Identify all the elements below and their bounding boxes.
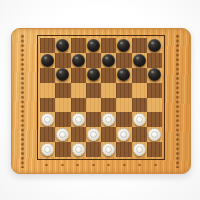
carved-ornament-left xyxy=(20,34,25,168)
white-piece[interactable] xyxy=(87,128,100,141)
tick-1 xyxy=(45,164,48,166)
white-piece[interactable] xyxy=(102,143,115,156)
square-r3c7[interactable] xyxy=(132,68,147,83)
square-r8c3[interactable] xyxy=(71,142,86,157)
square-r2c4[interactable] xyxy=(86,53,101,68)
square-r1c3[interactable] xyxy=(71,38,86,53)
square-r5c5[interactable] xyxy=(101,98,116,113)
square-r3c6[interactable] xyxy=(116,68,131,83)
square-r5c1[interactable] xyxy=(40,98,55,113)
black-piece[interactable] xyxy=(133,54,146,67)
tick-6 xyxy=(123,164,126,166)
square-r2c5[interactable] xyxy=(101,53,116,68)
white-piece[interactable] xyxy=(41,143,54,156)
square-r1c4[interactable] xyxy=(86,38,101,53)
square-r7c5[interactable] xyxy=(101,127,116,142)
square-r5c8[interactable] xyxy=(147,98,162,113)
square-r5c4[interactable] xyxy=(86,98,101,113)
square-r3c2[interactable] xyxy=(55,68,70,83)
square-r5c6[interactable] xyxy=(116,98,131,113)
square-r4c8[interactable] xyxy=(147,83,162,98)
square-r1c6[interactable] xyxy=(116,38,131,53)
tick-8 xyxy=(154,164,157,166)
square-r6c5[interactable] xyxy=(101,112,116,127)
white-piece[interactable] xyxy=(133,143,146,156)
tick-4 xyxy=(92,164,95,166)
black-piece[interactable] xyxy=(117,39,130,52)
carved-ornament-right xyxy=(175,34,180,168)
white-piece[interactable] xyxy=(148,128,161,141)
black-piece[interactable] xyxy=(102,54,115,67)
black-piece[interactable] xyxy=(148,39,161,52)
square-r8c5[interactable] xyxy=(101,142,116,157)
checkers-board xyxy=(11,28,191,174)
square-r6c2[interactable] xyxy=(55,112,70,127)
white-piece[interactable] xyxy=(72,143,85,156)
square-r6c3[interactable] xyxy=(71,112,86,127)
square-r3c4[interactable] xyxy=(86,68,101,83)
square-r1c5[interactable] xyxy=(101,38,116,53)
square-r5c7[interactable] xyxy=(132,98,147,113)
white-piece[interactable] xyxy=(72,113,85,126)
white-piece[interactable] xyxy=(117,128,130,141)
square-r3c5[interactable] xyxy=(101,68,116,83)
square-r7c8[interactable] xyxy=(147,127,162,142)
square-r8c7[interactable] xyxy=(132,142,147,157)
square-r1c7[interactable] xyxy=(132,38,147,53)
square-r8c4[interactable] xyxy=(86,142,101,157)
white-piece[interactable] xyxy=(41,113,54,126)
board-frame xyxy=(37,35,165,160)
square-r5c2[interactable] xyxy=(55,98,70,113)
square-r7c6[interactable] xyxy=(116,127,131,142)
square-r2c3[interactable] xyxy=(71,53,86,68)
square-r6c6[interactable] xyxy=(116,112,131,127)
white-piece[interactable] xyxy=(133,113,146,126)
square-r7c4[interactable] xyxy=(86,127,101,142)
square-r6c4[interactable] xyxy=(86,112,101,127)
square-r4c4[interactable] xyxy=(86,83,101,98)
square-r4c1[interactable] xyxy=(40,83,55,98)
square-r2c8[interactable] xyxy=(147,53,162,68)
white-piece[interactable] xyxy=(56,128,69,141)
square-r8c6[interactable] xyxy=(116,142,131,157)
square-r4c3[interactable] xyxy=(71,83,86,98)
square-r8c2[interactable] xyxy=(55,142,70,157)
square-r7c2[interactable] xyxy=(55,127,70,142)
square-r3c1[interactable] xyxy=(40,68,55,83)
square-r4c5[interactable] xyxy=(101,83,116,98)
square-r4c6[interactable] xyxy=(116,83,131,98)
square-r2c1[interactable] xyxy=(40,53,55,68)
black-piece[interactable] xyxy=(56,68,69,81)
photo-background xyxy=(0,0,200,200)
black-piece[interactable] xyxy=(117,68,130,81)
board-grid xyxy=(40,38,162,157)
square-r3c3[interactable] xyxy=(71,68,86,83)
black-piece[interactable] xyxy=(87,39,100,52)
white-piece[interactable] xyxy=(102,113,115,126)
tick-5 xyxy=(107,164,110,166)
black-piece[interactable] xyxy=(72,54,85,67)
black-piece[interactable] xyxy=(87,68,100,81)
square-r1c2[interactable] xyxy=(55,38,70,53)
square-r4c2[interactable] xyxy=(55,83,70,98)
square-r2c2[interactable] xyxy=(55,53,70,68)
black-piece[interactable] xyxy=(41,54,54,67)
square-r8c8[interactable] xyxy=(147,142,162,157)
square-r2c6[interactable] xyxy=(116,53,131,68)
square-r8c1[interactable] xyxy=(40,142,55,157)
tick-7 xyxy=(138,164,141,166)
square-r1c8[interactable] xyxy=(147,38,162,53)
square-r1c1[interactable] xyxy=(40,38,55,53)
tick-2 xyxy=(61,164,64,166)
tick-3 xyxy=(76,164,79,166)
square-r5c3[interactable] xyxy=(71,98,86,113)
square-r4c7[interactable] xyxy=(132,83,147,98)
square-r3c8[interactable] xyxy=(147,68,162,83)
square-r6c1[interactable] xyxy=(40,112,55,127)
square-r7c7[interactable] xyxy=(132,127,147,142)
black-piece[interactable] xyxy=(56,39,69,52)
black-piece[interactable] xyxy=(148,68,161,81)
square-r7c1[interactable] xyxy=(40,127,55,142)
square-r7c3[interactable] xyxy=(71,127,86,142)
square-r2c7[interactable] xyxy=(132,53,147,68)
square-r6c8[interactable] xyxy=(147,112,162,127)
square-r6c7[interactable] xyxy=(132,112,147,127)
coordinate-ticks xyxy=(39,163,163,166)
